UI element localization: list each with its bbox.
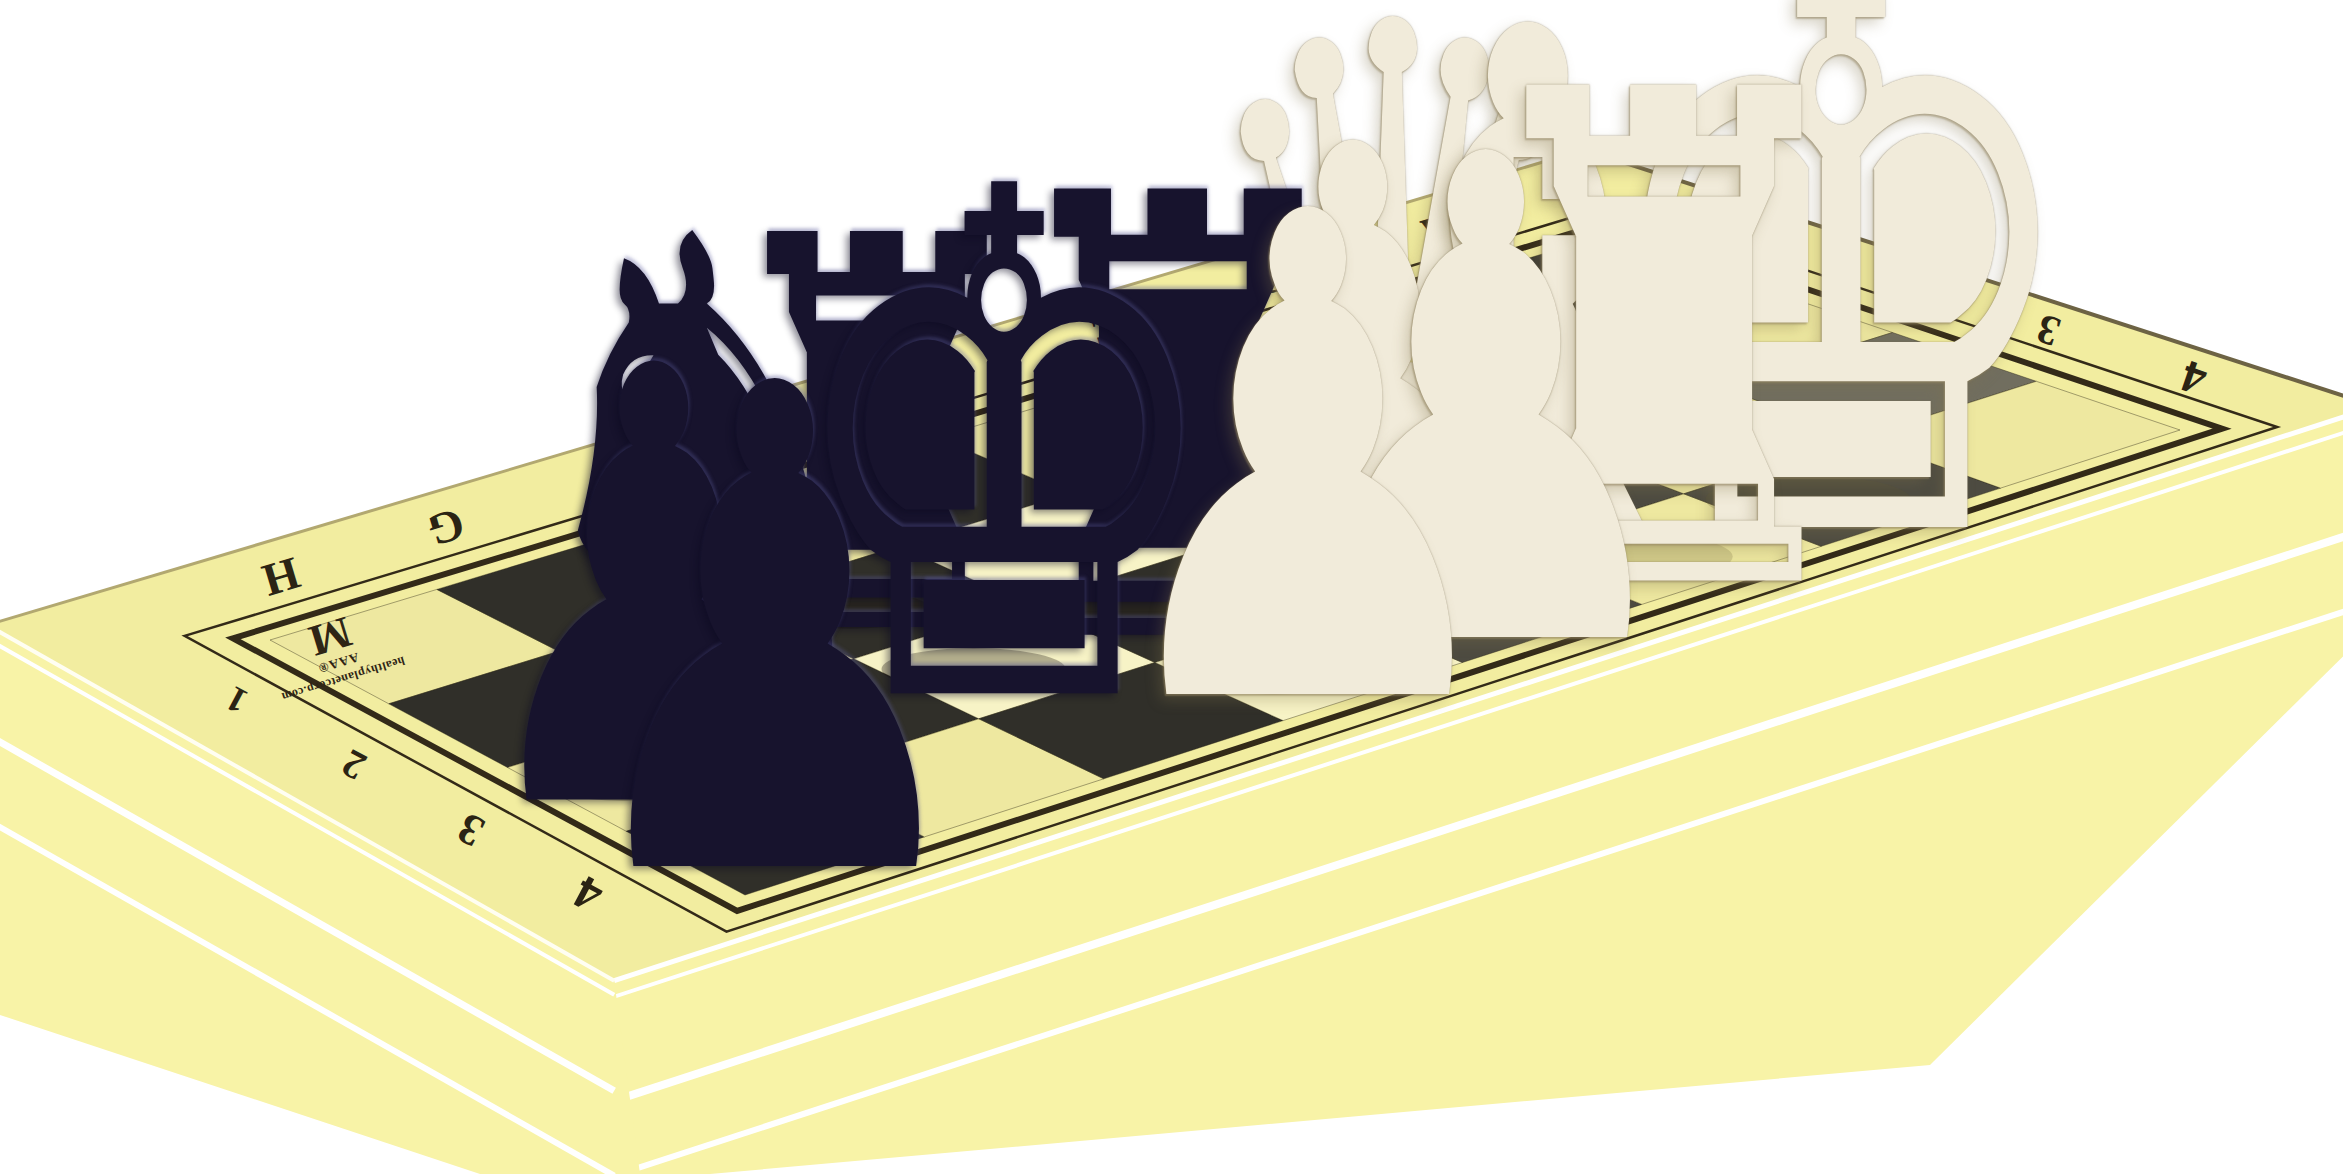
black-pawn[interactable]: ♟ [559,300,990,968]
white-pawn[interactable]: ♟ [1092,129,1523,797]
pieces-layer: ♟♟♞♜♚♜♟♟♟♛♝♜♚ [0,0,2343,1174]
chess-box-photo: HGFEDCBA12341234 healthyplanetcorp.com A… [0,0,2343,1174]
